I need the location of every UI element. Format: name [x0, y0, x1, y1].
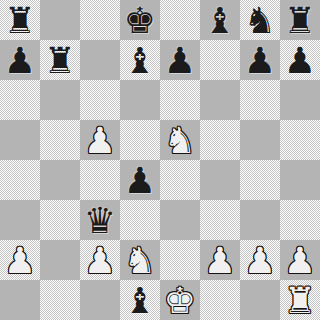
- piece-white-pawn[interactable]: ♟: [280, 240, 320, 280]
- square-d2[interactable]: ♞: [120, 240, 160, 280]
- square-e6[interactable]: [160, 80, 200, 120]
- square-d5[interactable]: [120, 120, 160, 160]
- square-f5[interactable]: [200, 120, 240, 160]
- square-h7[interactable]: ♟: [280, 40, 320, 80]
- piece-black-pawn[interactable]: ♟: [0, 40, 40, 80]
- square-h3[interactable]: [280, 200, 320, 240]
- piece-white-pawn[interactable]: ♟: [80, 240, 120, 280]
- square-c3[interactable]: ♛: [80, 200, 120, 240]
- square-e2[interactable]: [160, 240, 200, 280]
- square-b4[interactable]: [40, 160, 80, 200]
- chess-board: ♜♚♝♞♜♟♜♝♟♟♟♟♞♟♛♟♟♞♟♟♟♝♚♜: [0, 0, 320, 320]
- square-g5[interactable]: [240, 120, 280, 160]
- square-d8[interactable]: ♚: [120, 0, 160, 40]
- square-a1[interactable]: [0, 280, 40, 320]
- square-a3[interactable]: [0, 200, 40, 240]
- square-h6[interactable]: [280, 80, 320, 120]
- square-d7[interactable]: ♝: [120, 40, 160, 80]
- square-g2[interactable]: ♟: [240, 240, 280, 280]
- square-a2[interactable]: ♟: [0, 240, 40, 280]
- square-a6[interactable]: [0, 80, 40, 120]
- square-d6[interactable]: [120, 80, 160, 120]
- square-h2[interactable]: ♟: [280, 240, 320, 280]
- square-c2[interactable]: ♟: [80, 240, 120, 280]
- square-g3[interactable]: [240, 200, 280, 240]
- square-b7[interactable]: ♜: [40, 40, 80, 80]
- square-f2[interactable]: ♟: [200, 240, 240, 280]
- piece-black-pawn[interactable]: ♟: [160, 40, 200, 80]
- square-e3[interactable]: [160, 200, 200, 240]
- piece-black-king[interactable]: ♚: [120, 0, 160, 40]
- square-b1[interactable]: [40, 280, 80, 320]
- square-b3[interactable]: [40, 200, 80, 240]
- square-b8[interactable]: [40, 0, 80, 40]
- square-h5[interactable]: [280, 120, 320, 160]
- square-c1[interactable]: [80, 280, 120, 320]
- square-f7[interactable]: [200, 40, 240, 80]
- square-c6[interactable]: [80, 80, 120, 120]
- square-f8[interactable]: ♝: [200, 0, 240, 40]
- square-f1[interactable]: [200, 280, 240, 320]
- square-d4[interactable]: ♟: [120, 160, 160, 200]
- square-h1[interactable]: ♜: [280, 280, 320, 320]
- square-c5[interactable]: ♟: [80, 120, 120, 160]
- square-f3[interactable]: [200, 200, 240, 240]
- square-a8[interactable]: ♜: [0, 0, 40, 40]
- square-a5[interactable]: [0, 120, 40, 160]
- piece-white-knight[interactable]: ♞: [160, 120, 200, 160]
- piece-black-pawn[interactable]: ♟: [240, 40, 280, 80]
- piece-white-king[interactable]: ♚: [160, 280, 200, 320]
- piece-black-bishop[interactable]: ♝: [120, 280, 160, 320]
- square-e8[interactable]: [160, 0, 200, 40]
- square-e4[interactable]: [160, 160, 200, 200]
- square-c7[interactable]: [80, 40, 120, 80]
- square-h8[interactable]: ♜: [280, 0, 320, 40]
- square-g1[interactable]: [240, 280, 280, 320]
- piece-black-rook[interactable]: ♜: [280, 0, 320, 40]
- piece-black-pawn[interactable]: ♟: [280, 40, 320, 80]
- square-h4[interactable]: [280, 160, 320, 200]
- square-b6[interactable]: [40, 80, 80, 120]
- square-f4[interactable]: [200, 160, 240, 200]
- square-g6[interactable]: [240, 80, 280, 120]
- square-d3[interactable]: [120, 200, 160, 240]
- piece-black-pawn[interactable]: ♟: [120, 160, 160, 200]
- square-g4[interactable]: [240, 160, 280, 200]
- square-c4[interactable]: [80, 160, 120, 200]
- piece-white-knight[interactable]: ♞: [120, 240, 160, 280]
- piece-black-rook[interactable]: ♜: [40, 40, 80, 80]
- piece-black-queen[interactable]: ♛: [80, 200, 120, 240]
- piece-white-pawn[interactable]: ♟: [80, 120, 120, 160]
- square-e5[interactable]: ♞: [160, 120, 200, 160]
- square-e7[interactable]: ♟: [160, 40, 200, 80]
- piece-black-bishop[interactable]: ♝: [200, 0, 240, 40]
- square-c8[interactable]: [80, 0, 120, 40]
- square-g8[interactable]: ♞: [240, 0, 280, 40]
- piece-black-bishop[interactable]: ♝: [120, 40, 160, 80]
- piece-white-pawn[interactable]: ♟: [200, 240, 240, 280]
- square-a4[interactable]: [0, 160, 40, 200]
- square-a7[interactable]: ♟: [0, 40, 40, 80]
- square-d1[interactable]: ♝: [120, 280, 160, 320]
- piece-white-pawn[interactable]: ♟: [240, 240, 280, 280]
- piece-white-rook[interactable]: ♜: [280, 280, 320, 320]
- square-e1[interactable]: ♚: [160, 280, 200, 320]
- piece-black-rook[interactable]: ♜: [0, 0, 40, 40]
- square-b5[interactable]: [40, 120, 80, 160]
- square-b2[interactable]: [40, 240, 80, 280]
- square-f6[interactable]: [200, 80, 240, 120]
- square-g7[interactable]: ♟: [240, 40, 280, 80]
- piece-white-pawn[interactable]: ♟: [0, 240, 40, 280]
- piece-black-knight[interactable]: ♞: [240, 0, 280, 40]
